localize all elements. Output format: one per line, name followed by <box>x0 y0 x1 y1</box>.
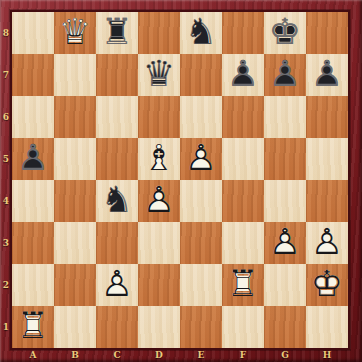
white-pawn-c2[interactable]: ♟♙ <box>96 264 138 306</box>
square-g2[interactable] <box>264 264 306 306</box>
white-pawn-d4[interactable]: ♟♙ <box>138 180 180 222</box>
file-label-g: G <box>264 348 306 362</box>
rank-label-8: 8 <box>0 12 12 54</box>
square-b4[interactable] <box>54 180 96 222</box>
bishop-outline-icon: ♗ <box>138 138 180 180</box>
pawn-outline-icon: ♙ <box>96 264 138 306</box>
square-h6[interactable] <box>306 96 348 138</box>
square-g1[interactable] <box>264 306 306 348</box>
square-c2[interactable]: ♟♙ <box>96 264 138 306</box>
knight-outline-icon: ♘ <box>96 180 138 222</box>
square-e1[interactable] <box>180 306 222 348</box>
square-b2[interactable] <box>54 264 96 306</box>
white-king-h2[interactable]: ♚♔ <box>306 264 348 306</box>
square-a7[interactable] <box>12 54 54 96</box>
rank-label-5: 5 <box>0 138 12 180</box>
square-c5[interactable] <box>96 138 138 180</box>
square-a3[interactable] <box>12 222 54 264</box>
file-label-f: F <box>222 348 264 362</box>
square-f4[interactable] <box>222 180 264 222</box>
square-a5[interactable]: ♟♙ <box>12 138 54 180</box>
square-f7[interactable]: ♟♙ <box>222 54 264 96</box>
queen-outline-icon: ♕ <box>54 12 96 54</box>
black-pawn-h7[interactable]: ♟♙ <box>306 54 348 96</box>
square-d4[interactable]: ♟♙ <box>138 180 180 222</box>
square-d2[interactable] <box>138 264 180 306</box>
square-e2[interactable] <box>180 264 222 306</box>
square-e8[interactable]: ♞♘ <box>180 12 222 54</box>
square-f3[interactable] <box>222 222 264 264</box>
file-label-a: A <box>12 348 54 362</box>
white-bishop-d5[interactable]: ♝♗ <box>138 138 180 180</box>
square-f5[interactable] <box>222 138 264 180</box>
square-b5[interactable] <box>54 138 96 180</box>
square-a2[interactable] <box>12 264 54 306</box>
chess-board: ♛♕♜♖♞♘♚♔♛♕♟♙♟♙♟♙♟♙♝♗♟♙♞♘♟♙♟♙♟♙♟♙♜♖♚♔♜♖ <box>12 12 348 348</box>
square-f8[interactable] <box>222 12 264 54</box>
square-e6[interactable] <box>180 96 222 138</box>
square-g6[interactable] <box>264 96 306 138</box>
square-c8[interactable]: ♜♖ <box>96 12 138 54</box>
square-h5[interactable] <box>306 138 348 180</box>
square-d7[interactable]: ♛♕ <box>138 54 180 96</box>
square-f1[interactable] <box>222 306 264 348</box>
rank-label-3: 3 <box>0 222 12 264</box>
black-knight-e8[interactable]: ♞♘ <box>180 12 222 54</box>
chessboard-frame: ♛♕♜♖♞♘♚♔♛♕♟♙♟♙♟♙♟♙♝♗♟♙♞♘♟♙♟♙♟♙♟♙♜♖♚♔♜♖ 8… <box>0 0 362 362</box>
knight-outline-icon: ♘ <box>180 12 222 54</box>
black-pawn-g7[interactable]: ♟♙ <box>264 54 306 96</box>
square-g3[interactable]: ♟♙ <box>264 222 306 264</box>
square-h4[interactable] <box>306 180 348 222</box>
black-pawn-a5[interactable]: ♟♙ <box>12 138 54 180</box>
white-queen-b8[interactable]: ♛♕ <box>54 12 96 54</box>
rank-label-1: 1 <box>0 306 12 348</box>
pawn-outline-icon: ♙ <box>264 54 306 96</box>
square-b3[interactable] <box>54 222 96 264</box>
king-outline-icon: ♔ <box>306 264 348 306</box>
square-b8[interactable]: ♛♕ <box>54 12 96 54</box>
square-c3[interactable] <box>96 222 138 264</box>
rook-outline-icon: ♖ <box>96 12 138 54</box>
black-knight-c4[interactable]: ♞♘ <box>96 180 138 222</box>
pawn-outline-icon: ♙ <box>306 222 348 264</box>
file-label-b: B <box>54 348 96 362</box>
white-rook-a1[interactable]: ♜♖ <box>12 306 54 348</box>
square-d6[interactable] <box>138 96 180 138</box>
square-d1[interactable] <box>138 306 180 348</box>
square-b7[interactable] <box>54 54 96 96</box>
pawn-outline-icon: ♙ <box>264 222 306 264</box>
black-king-g8[interactable]: ♚♔ <box>264 12 306 54</box>
queen-outline-icon: ♕ <box>138 54 180 96</box>
square-a8[interactable] <box>12 12 54 54</box>
square-c1[interactable] <box>96 306 138 348</box>
file-label-c: C <box>96 348 138 362</box>
square-h3[interactable]: ♟♙ <box>306 222 348 264</box>
black-queen-d7[interactable]: ♛♕ <box>138 54 180 96</box>
rank-label-6: 6 <box>0 96 12 138</box>
square-h8[interactable] <box>306 12 348 54</box>
square-h1[interactable] <box>306 306 348 348</box>
square-d3[interactable] <box>138 222 180 264</box>
pawn-outline-icon: ♙ <box>222 54 264 96</box>
square-g7[interactable]: ♟♙ <box>264 54 306 96</box>
square-f2[interactable]: ♜♖ <box>222 264 264 306</box>
square-d8[interactable] <box>138 12 180 54</box>
rank-label-4: 4 <box>0 180 12 222</box>
king-outline-icon: ♔ <box>264 12 306 54</box>
black-pawn-f7[interactable]: ♟♙ <box>222 54 264 96</box>
pawn-outline-icon: ♙ <box>306 54 348 96</box>
square-e3[interactable] <box>180 222 222 264</box>
square-b6[interactable] <box>54 96 96 138</box>
square-e7[interactable] <box>180 54 222 96</box>
square-g5[interactable] <box>264 138 306 180</box>
rank-labels: 87654321 <box>0 12 12 348</box>
square-d5[interactable]: ♝♗ <box>138 138 180 180</box>
rook-outline-icon: ♖ <box>12 306 54 348</box>
square-g8[interactable]: ♚♔ <box>264 12 306 54</box>
square-a4[interactable] <box>12 180 54 222</box>
rook-outline-icon: ♖ <box>222 264 264 306</box>
file-labels: ABCDEFGH <box>12 348 348 362</box>
square-c6[interactable] <box>96 96 138 138</box>
pawn-outline-icon: ♙ <box>12 138 54 180</box>
file-label-h: H <box>306 348 348 362</box>
square-g4[interactable] <box>264 180 306 222</box>
white-rook-f2[interactable]: ♜♖ <box>222 264 264 306</box>
square-e4[interactable] <box>180 180 222 222</box>
square-h7[interactable]: ♟♙ <box>306 54 348 96</box>
square-a1[interactable]: ♜♖ <box>12 306 54 348</box>
square-f6[interactable] <box>222 96 264 138</box>
file-label-e: E <box>180 348 222 362</box>
square-b1[interactable] <box>54 306 96 348</box>
file-label-d: D <box>138 348 180 362</box>
square-c7[interactable] <box>96 54 138 96</box>
square-e5[interactable]: ♟♙ <box>180 138 222 180</box>
square-a6[interactable] <box>12 96 54 138</box>
white-pawn-h3[interactable]: ♟♙ <box>306 222 348 264</box>
rank-label-7: 7 <box>0 54 12 96</box>
pawn-outline-icon: ♙ <box>180 138 222 180</box>
square-h2[interactable]: ♚♔ <box>306 264 348 306</box>
rank-label-2: 2 <box>0 264 12 306</box>
square-c4[interactable]: ♞♘ <box>96 180 138 222</box>
pawn-outline-icon: ♙ <box>138 180 180 222</box>
black-rook-c8[interactable]: ♜♖ <box>96 12 138 54</box>
white-pawn-g3[interactable]: ♟♙ <box>264 222 306 264</box>
white-pawn-e5[interactable]: ♟♙ <box>180 138 222 180</box>
